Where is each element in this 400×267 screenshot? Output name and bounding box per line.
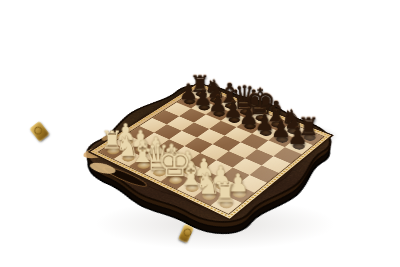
chessboard-case: ♜♞♝♛♚♝♞♜♟♟♟♟♟♟♟♟♟♟♟♟♟♟♟♟♜♞♝♛♚♝♞♜ bbox=[53, 71, 362, 247]
piece-base bbox=[290, 142, 307, 151]
piece-base bbox=[211, 109, 227, 117]
piece-base bbox=[135, 160, 153, 170]
piece-base bbox=[274, 135, 291, 144]
piece-base bbox=[196, 103, 212, 111]
piece-base bbox=[242, 122, 258, 131]
piece-base bbox=[167, 175, 185, 186]
piece-base bbox=[200, 191, 218, 202]
piece-base bbox=[164, 158, 181, 168]
piece-base bbox=[105, 146, 122, 156]
piece-base bbox=[217, 199, 235, 210]
piece-base bbox=[196, 173, 214, 183]
piece-base bbox=[285, 126, 301, 135]
piece-base bbox=[213, 181, 231, 192]
piece-base bbox=[133, 144, 150, 154]
scene-3d: ♜♞♝♛♚♝♞♜♟♟♟♟♟♟♟♟♟♟♟♟♟♟♟♟♜♞♝♛♚♝♞♜ bbox=[0, 0, 400, 267]
piece-base bbox=[258, 128, 274, 137]
product-photo-stage: ♜♞♝♛♚♝♞♜♟♟♟♟♟♟♟♟♟♟♟♟♟♟♟♟♜♞♝♛♚♝♞♜ bbox=[0, 0, 400, 267]
piece-base bbox=[149, 151, 166, 161]
square-h7: ♟ bbox=[285, 138, 313, 154]
piece-base bbox=[230, 188, 248, 199]
